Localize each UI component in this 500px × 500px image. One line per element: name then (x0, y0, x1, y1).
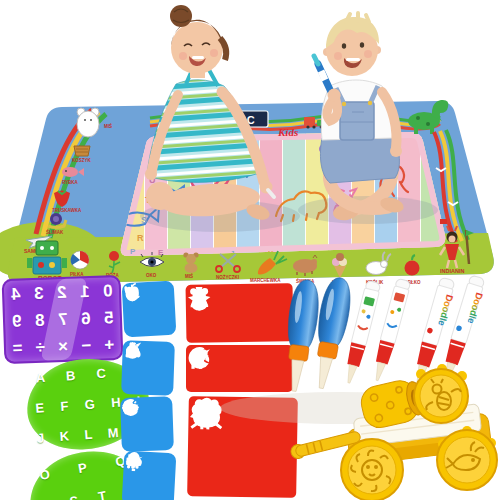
blue-water-pen-1[interactable] (280, 278, 322, 393)
product-photo: W U T S R P E J K L LOGIC Kids (0, 0, 500, 500)
bee-stamp[interactable] (414, 364, 468, 423)
lion-stamp[interactable] (341, 439, 403, 500)
pens-and-stamps: Doodle Doodle (0, 0, 500, 500)
